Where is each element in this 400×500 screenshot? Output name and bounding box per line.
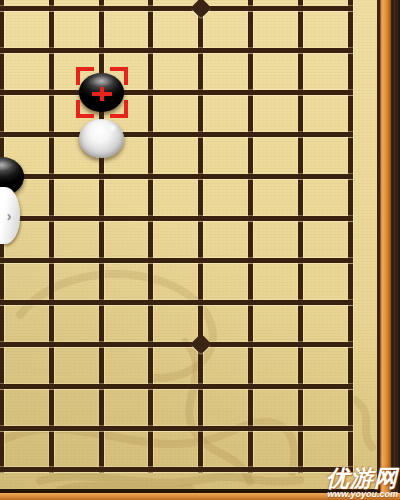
board-bottom-frame bbox=[0, 493, 400, 500]
grid-line-horizontal bbox=[0, 48, 353, 53]
grid-line-vertical bbox=[49, 0, 54, 473]
grid-line-horizontal bbox=[0, 174, 353, 179]
grid-line-horizontal bbox=[0, 384, 353, 389]
grid-line-horizontal bbox=[0, 90, 353, 95]
star-point bbox=[190, 0, 211, 19]
star-point bbox=[190, 333, 211, 354]
grid-line-horizontal bbox=[0, 300, 353, 305]
grid-line-horizontal bbox=[0, 467, 353, 472]
grid-line-horizontal bbox=[0, 426, 353, 431]
grid-line-horizontal bbox=[0, 258, 353, 263]
grid-line-vertical bbox=[348, 0, 353, 473]
grid-line-vertical bbox=[198, 0, 203, 473]
grid-line-horizontal bbox=[0, 6, 353, 11]
chevron-right-icon: › bbox=[7, 209, 12, 223]
black-stone bbox=[79, 73, 124, 112]
grid-line-vertical bbox=[148, 0, 153, 473]
go-game-screen: › 优游网 www.yoyou.com bbox=[0, 0, 400, 500]
grid-line-vertical bbox=[298, 0, 303, 473]
grid-line-vertical bbox=[99, 0, 104, 473]
background-wood-strip bbox=[391, 0, 400, 500]
go-board[interactable] bbox=[0, 0, 380, 490]
board-right-frame bbox=[380, 0, 391, 500]
white-stone bbox=[79, 119, 124, 158]
grid-line-vertical bbox=[248, 0, 253, 473]
board-engraving-decoration bbox=[0, 0, 380, 490]
grid-line-horizontal bbox=[0, 132, 353, 137]
grid-line-horizontal bbox=[0, 216, 353, 221]
grid-line-horizontal bbox=[0, 342, 353, 347]
